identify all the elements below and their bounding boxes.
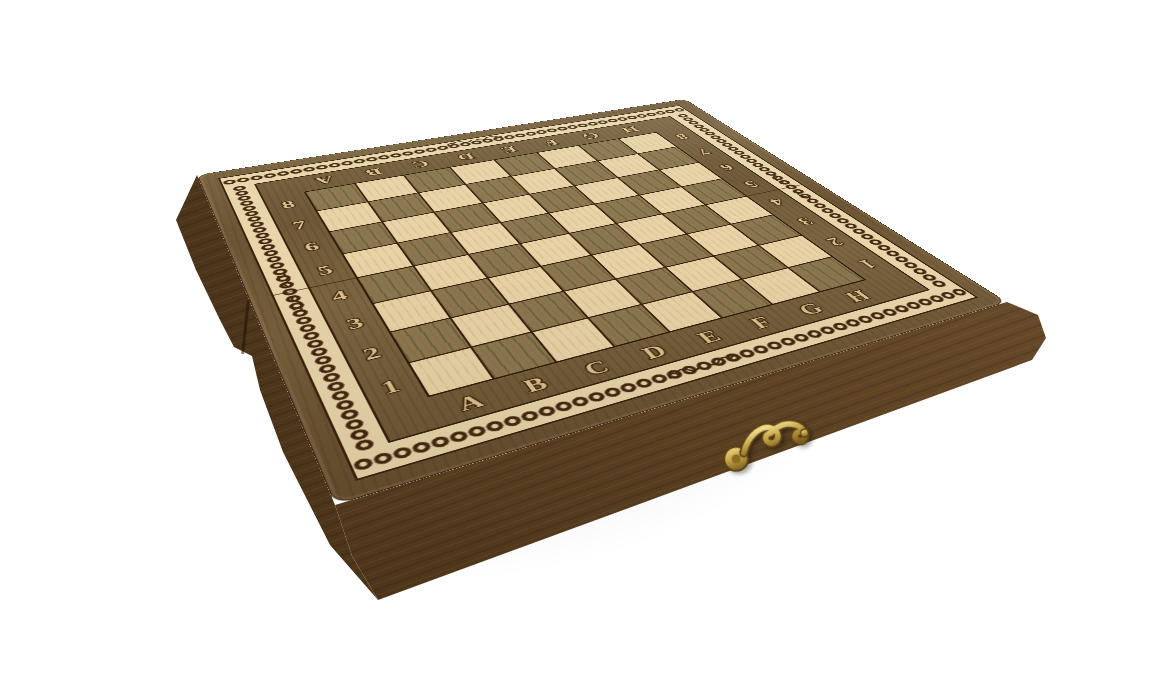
product-photo-stage: 87654321 87654321 ABCDEFGH ABCDEFGH: [0, 0, 1172, 700]
